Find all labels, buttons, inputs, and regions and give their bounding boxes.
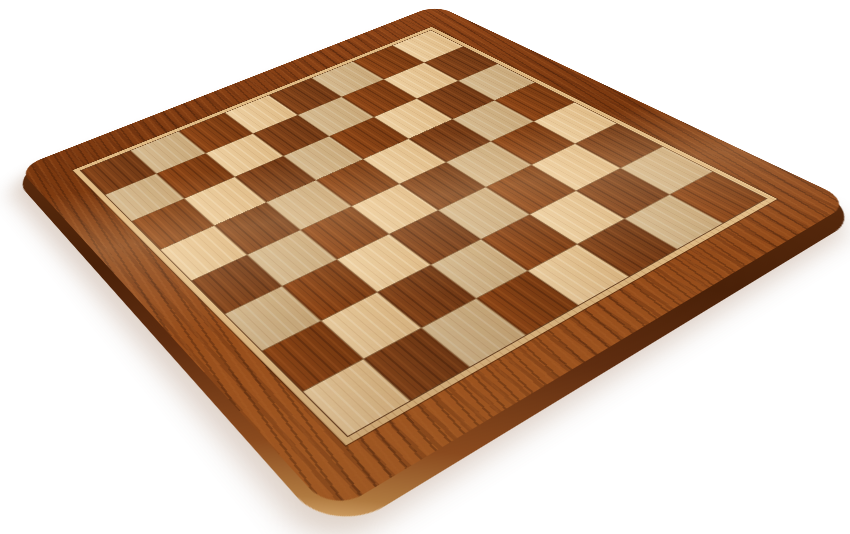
board-frame [18,5,850,513]
playing-area [80,30,768,437]
chessboard [18,5,850,513]
chessboard-product-photo [0,0,850,534]
